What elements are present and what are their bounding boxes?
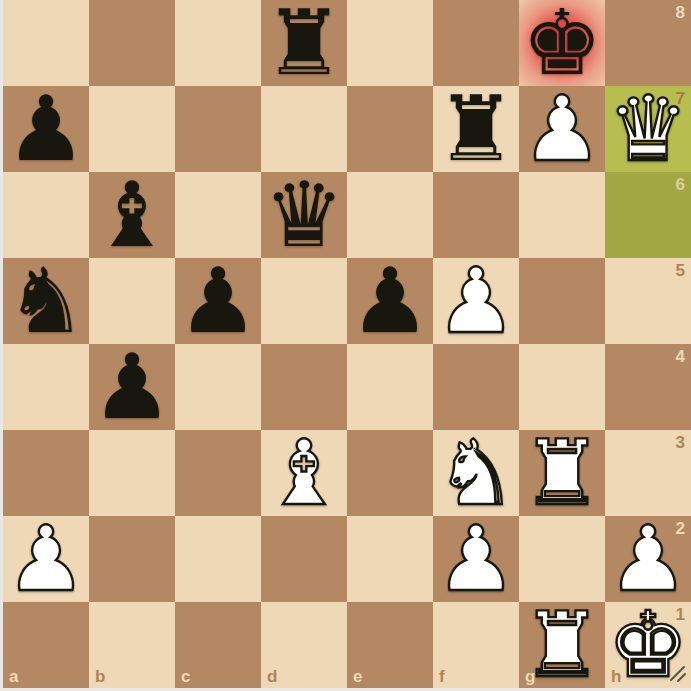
square-e5[interactable]: ♟ [347, 258, 433, 344]
square-g2[interactable] [519, 516, 605, 602]
resize-handle-icon[interactable] [667, 663, 687, 683]
square-b1[interactable]: b [89, 602, 175, 688]
square-e1[interactable]: e [347, 602, 433, 688]
square-c5[interactable]: ♟ [175, 258, 261, 344]
file-label-d: d [267, 668, 277, 685]
square-b3[interactable] [89, 430, 175, 516]
rank-label-4: 4 [676, 348, 685, 365]
white-bishop[interactable]: ♝ [264, 430, 345, 516]
square-a5[interactable]: ♞ [3, 258, 89, 344]
square-g3[interactable]: ♜ [519, 430, 605, 516]
square-f6[interactable] [433, 172, 519, 258]
file-label-a: a [9, 668, 18, 685]
black-knight[interactable]: ♞ [6, 258, 87, 344]
square-c4[interactable] [175, 344, 261, 430]
black-pawn[interactable]: ♟ [178, 258, 259, 344]
square-c6[interactable] [175, 172, 261, 258]
white-rook[interactable]: ♜ [522, 430, 603, 516]
file-label-e: e [353, 668, 362, 685]
square-h8[interactable]: 8 [605, 0, 691, 86]
square-d5[interactable] [261, 258, 347, 344]
chess-board: ♜♚8♟♜♟7♛♝♛6♞♟♟♟5♟4♝♞♜3♟♟2♟abcdefg♜1h♚ [3, 0, 691, 688]
square-c2[interactable] [175, 516, 261, 602]
white-pawn[interactable]: ♟ [6, 516, 87, 602]
rank-label-3: 3 [676, 434, 685, 451]
black-pawn[interactable]: ♟ [6, 86, 87, 172]
square-a7[interactable]: ♟ [3, 86, 89, 172]
black-rook[interactable]: ♜ [264, 0, 345, 86]
black-king[interactable]: ♚ [522, 0, 603, 86]
square-f7[interactable]: ♜ [433, 86, 519, 172]
square-e3[interactable] [347, 430, 433, 516]
square-g7[interactable]: ♟ [519, 86, 605, 172]
white-pawn[interactable]: ♟ [522, 86, 603, 172]
rank-label-5: 5 [676, 262, 685, 279]
square-h7[interactable]: 7♛ [605, 86, 691, 172]
square-h3[interactable]: 3 [605, 430, 691, 516]
black-queen[interactable]: ♛ [264, 172, 345, 258]
black-pawn[interactable]: ♟ [350, 258, 431, 344]
square-a1[interactable]: a [3, 602, 89, 688]
file-label-g: g [525, 668, 535, 685]
black-pawn[interactable]: ♟ [92, 344, 173, 430]
square-g4[interactable] [519, 344, 605, 430]
black-rook[interactable]: ♜ [436, 86, 517, 172]
square-a4[interactable] [3, 344, 89, 430]
square-c1[interactable]: c [175, 602, 261, 688]
square-f4[interactable] [433, 344, 519, 430]
rank-label-8: 8 [676, 4, 685, 21]
square-d6[interactable]: ♛ [261, 172, 347, 258]
square-g6[interactable] [519, 172, 605, 258]
square-d8[interactable]: ♜ [261, 0, 347, 86]
square-d2[interactable] [261, 516, 347, 602]
square-e4[interactable] [347, 344, 433, 430]
square-h6[interactable]: 6 [605, 172, 691, 258]
square-b8[interactable] [89, 0, 175, 86]
square-e6[interactable] [347, 172, 433, 258]
square-e7[interactable] [347, 86, 433, 172]
square-f3[interactable]: ♞ [433, 430, 519, 516]
rank-label-7: 7 [676, 90, 685, 107]
square-b5[interactable] [89, 258, 175, 344]
square-d1[interactable]: d [261, 602, 347, 688]
square-e2[interactable] [347, 516, 433, 602]
rank-label-1: 1 [676, 606, 685, 623]
square-h4[interactable]: 4 [605, 344, 691, 430]
file-label-c: c [181, 668, 190, 685]
square-g5[interactable] [519, 258, 605, 344]
square-a8[interactable] [3, 0, 89, 86]
square-e8[interactable] [347, 0, 433, 86]
square-c7[interactable] [175, 86, 261, 172]
square-a6[interactable] [3, 172, 89, 258]
square-f1[interactable]: f [433, 602, 519, 688]
rank-label-6: 6 [676, 176, 685, 193]
square-a2[interactable]: ♟ [3, 516, 89, 602]
square-b2[interactable] [89, 516, 175, 602]
square-d4[interactable] [261, 344, 347, 430]
page-background: { "game": "chess", "position": { "fen": … [0, 0, 691, 691]
file-label-b: b [95, 668, 105, 685]
square-g8[interactable]: ♚ [519, 0, 605, 86]
square-h2[interactable]: 2♟ [605, 516, 691, 602]
square-g1[interactable]: g♜ [519, 602, 605, 688]
square-c8[interactable] [175, 0, 261, 86]
white-pawn[interactable]: ♟ [436, 258, 517, 344]
square-c3[interactable] [175, 430, 261, 516]
square-b6[interactable]: ♝ [89, 172, 175, 258]
file-label-h: h [611, 668, 621, 685]
square-f5[interactable]: ♟ [433, 258, 519, 344]
white-knight[interactable]: ♞ [436, 430, 517, 516]
rank-label-2: 2 [676, 520, 685, 537]
square-b7[interactable] [89, 86, 175, 172]
square-f8[interactable] [433, 0, 519, 86]
square-a3[interactable] [3, 430, 89, 516]
white-pawn[interactable]: ♟ [436, 516, 517, 602]
square-d3[interactable]: ♝ [261, 430, 347, 516]
square-b4[interactable]: ♟ [89, 344, 175, 430]
square-d7[interactable] [261, 86, 347, 172]
square-h5[interactable]: 5 [605, 258, 691, 344]
black-bishop[interactable]: ♝ [92, 172, 173, 258]
file-label-f: f [439, 668, 445, 685]
square-f2[interactable]: ♟ [433, 516, 519, 602]
